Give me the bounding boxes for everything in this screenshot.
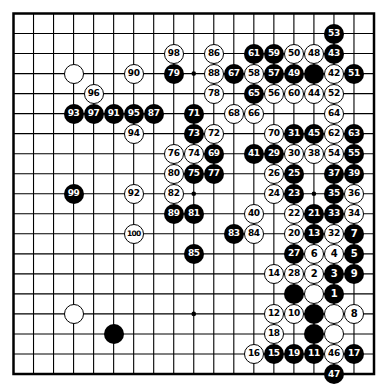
stone-white-move-70: 70 — [264, 124, 284, 144]
stone-black-move-87: 87 — [144, 104, 164, 124]
move-number-label: 40 — [248, 209, 260, 218]
move-number-label: 2 — [311, 268, 318, 278]
stone-black-move-99: 99 — [64, 184, 84, 204]
move-number-label: 96 — [88, 89, 100, 98]
stone-black-move-27: 27 — [284, 244, 304, 264]
stone-white-move-84: 84 — [244, 224, 264, 244]
move-number-label: 57 — [268, 69, 280, 78]
go-kifu-diagram: 1234567891011121314151617181920212223242… — [0, 0, 390, 390]
move-number-label: 89 — [168, 209, 180, 218]
stone-white-move-34: 34 — [344, 204, 364, 224]
stone-black-move-51: 51 — [344, 64, 364, 84]
go-board: 1234567891011121314151617181920212223242… — [0, 0, 390, 390]
stone-black-move-83: 83 — [224, 224, 244, 244]
stone-white-move-32: 32 — [324, 224, 344, 244]
move-number-label: 21 — [308, 209, 320, 218]
stone-black-move-9: 9 — [344, 264, 364, 284]
stone-black-move-65: 65 — [244, 84, 264, 104]
stone-black-move-91: 91 — [104, 104, 124, 124]
stone-white-move-52: 52 — [324, 84, 344, 104]
stone-white-move-36: 36 — [344, 184, 364, 204]
move-number-label: 52 — [328, 89, 340, 98]
move-number-label: 4 — [331, 248, 338, 258]
stone-white-move-40: 40 — [244, 204, 264, 224]
move-number-label: 100 — [127, 230, 141, 238]
move-number-label: 70 — [268, 129, 280, 138]
move-number-label: 47 — [328, 369, 340, 378]
move-number-label: 87 — [148, 109, 160, 118]
stone-black-move-93: 93 — [64, 104, 84, 124]
stone-white-move-62: 62 — [324, 124, 344, 144]
stone-white-move-68: 68 — [224, 104, 244, 124]
stone-black-move-79: 79 — [164, 64, 184, 84]
stone-white-move-24: 24 — [264, 184, 284, 204]
stone-white-setup — [64, 64, 84, 84]
stone-black-move-25: 25 — [284, 164, 304, 184]
move-number-label: 11 — [308, 349, 320, 358]
stone-black-move-45: 45 — [304, 124, 324, 144]
stone-white-move-26: 26 — [264, 164, 284, 184]
move-number-label: 48 — [308, 49, 320, 58]
stone-black-setup — [304, 64, 324, 84]
stone-white-move-90: 90 — [124, 64, 144, 84]
move-number-label: 51 — [348, 69, 360, 78]
move-number-label: 90 — [128, 69, 140, 78]
stone-black-move-89: 89 — [164, 204, 184, 224]
move-number-label: 18 — [268, 329, 280, 338]
move-number-label: 65 — [248, 89, 260, 98]
stone-white-move-30: 30 — [284, 144, 304, 164]
stone-white-move-72: 72 — [204, 124, 224, 144]
move-number-label: 9 — [351, 268, 358, 278]
stone-white-move-38: 38 — [304, 144, 324, 164]
move-number-label: 28 — [288, 269, 300, 278]
stone-black-move-37: 37 — [324, 164, 344, 184]
move-number-label: 41 — [248, 149, 260, 158]
move-number-label: 62 — [328, 129, 340, 138]
stone-black-move-15: 15 — [264, 344, 284, 364]
stone-black-move-67: 67 — [224, 64, 244, 84]
move-number-label: 10 — [288, 309, 300, 318]
stone-white-move-58: 58 — [244, 64, 264, 84]
move-number-label: 5 — [351, 248, 358, 258]
stone-white-move-80: 80 — [164, 164, 184, 184]
stone-white-move-46: 46 — [324, 344, 344, 364]
stone-black-move-63: 63 — [344, 124, 364, 144]
move-number-label: 68 — [228, 109, 240, 118]
stone-white-setup — [324, 304, 344, 324]
stone-white-move-88: 88 — [204, 64, 224, 84]
stone-black-move-41: 41 — [244, 144, 264, 164]
stone-white-move-4: 4 — [324, 244, 344, 264]
stone-white-move-54: 54 — [324, 144, 344, 164]
stone-white-move-42: 42 — [324, 64, 344, 84]
move-number-label: 46 — [328, 349, 340, 358]
stone-white-move-12: 12 — [264, 304, 284, 324]
move-number-label: 7 — [351, 228, 358, 238]
stone-white-move-48: 48 — [304, 44, 324, 64]
move-number-label: 69 — [208, 149, 220, 158]
move-number-label: 56 — [268, 89, 280, 98]
stone-white-move-16: 16 — [244, 344, 264, 364]
stone-white-move-60: 60 — [284, 84, 304, 104]
stone-white-move-2: 2 — [304, 264, 324, 284]
move-number-label: 49 — [288, 69, 300, 78]
stone-white-move-14: 14 — [264, 264, 284, 284]
move-number-label: 38 — [308, 149, 320, 158]
move-number-label: 63 — [348, 129, 360, 138]
stone-black-move-3: 3 — [324, 264, 344, 284]
hoshi-point — [191, 312, 196, 317]
stone-black-move-23: 23 — [284, 184, 304, 204]
move-number-label: 14 — [268, 269, 280, 278]
move-number-label: 43 — [328, 49, 340, 58]
move-number-label: 19 — [288, 349, 300, 358]
stone-white-move-82: 82 — [164, 184, 184, 204]
stone-white-move-22: 22 — [284, 204, 304, 224]
move-number-label: 36 — [348, 189, 360, 198]
stone-white-setup — [304, 284, 324, 304]
stone-white-move-50: 50 — [284, 44, 304, 64]
stone-white-move-98: 98 — [164, 44, 184, 64]
stone-black-move-59: 59 — [264, 44, 284, 64]
move-number-label: 75 — [188, 169, 200, 178]
stone-black-move-77: 77 — [204, 164, 224, 184]
move-number-label: 84 — [248, 229, 260, 238]
move-number-label: 54 — [328, 149, 340, 158]
move-number-label: 71 — [188, 109, 200, 118]
move-number-label: 79 — [168, 69, 180, 78]
move-number-label: 72 — [208, 129, 220, 138]
move-number-label: 26 — [268, 169, 280, 178]
move-number-label: 78 — [208, 89, 220, 98]
stone-white-move-64: 64 — [324, 104, 344, 124]
move-number-label: 44 — [308, 89, 320, 98]
stone-black-move-85: 85 — [184, 244, 204, 264]
stone-black-move-7: 7 — [344, 224, 364, 244]
move-number-label: 39 — [348, 169, 360, 178]
move-number-label: 66 — [248, 109, 260, 118]
move-number-label: 1 — [331, 288, 338, 298]
move-number-label: 83 — [228, 229, 240, 238]
stone-white-move-6: 6 — [304, 244, 324, 264]
move-number-label: 60 — [288, 89, 300, 98]
hoshi-point — [191, 191, 196, 196]
move-number-label: 95 — [128, 109, 140, 118]
stone-black-move-21: 21 — [304, 204, 324, 224]
stone-black-move-75: 75 — [184, 164, 204, 184]
move-number-label: 80 — [168, 169, 180, 178]
move-number-label: 31 — [288, 129, 300, 138]
stone-black-move-71: 71 — [184, 104, 204, 124]
move-number-label: 74 — [188, 149, 200, 158]
hoshi-point — [312, 191, 317, 196]
stone-black-move-33: 33 — [324, 204, 344, 224]
move-number-label: 98 — [168, 49, 180, 58]
move-number-label: 86 — [208, 49, 220, 58]
move-number-label: 23 — [288, 189, 300, 198]
move-number-label: 58 — [248, 69, 260, 78]
stone-white-move-94: 94 — [124, 124, 144, 144]
stone-black-move-17: 17 — [344, 344, 364, 364]
move-number-label: 20 — [288, 229, 300, 238]
stone-black-move-73: 73 — [184, 124, 204, 144]
stone-black-move-55: 55 — [344, 144, 364, 164]
stone-black-move-29: 29 — [264, 144, 284, 164]
stone-black-move-81: 81 — [184, 204, 204, 224]
move-number-label: 33 — [328, 209, 340, 218]
stone-black-move-5: 5 — [344, 244, 364, 264]
move-number-label: 59 — [268, 49, 280, 58]
stone-black-move-53: 53 — [324, 24, 344, 44]
move-number-label: 73 — [188, 129, 200, 138]
stone-white-move-76: 76 — [164, 144, 184, 164]
move-number-label: 76 — [168, 149, 180, 158]
move-number-label: 25 — [288, 169, 300, 178]
stone-black-move-43: 43 — [324, 44, 344, 64]
move-number-label: 92 — [128, 189, 140, 198]
move-number-label: 99 — [68, 189, 80, 198]
stone-black-move-57: 57 — [264, 64, 284, 84]
stone-white-setup — [64, 304, 84, 324]
stone-black-setup — [284, 284, 304, 304]
move-number-label: 61 — [248, 49, 260, 58]
move-number-label: 82 — [168, 189, 180, 198]
move-number-label: 45 — [308, 129, 320, 138]
move-number-label: 3 — [331, 268, 338, 278]
move-number-label: 16 — [248, 349, 260, 358]
stone-white-move-78: 78 — [204, 84, 224, 104]
stone-white-move-100: 100 — [124, 224, 144, 244]
move-number-label: 17 — [348, 349, 360, 358]
move-number-label: 27 — [288, 249, 300, 258]
stone-white-move-96: 96 — [84, 84, 104, 104]
stone-black-move-61: 61 — [244, 44, 264, 64]
stone-white-move-74: 74 — [184, 144, 204, 164]
move-number-label: 77 — [208, 169, 220, 178]
move-number-label: 34 — [348, 209, 360, 218]
move-number-label: 22 — [288, 209, 300, 218]
stone-black-move-1: 1 — [324, 284, 344, 304]
stone-black-move-31: 31 — [284, 124, 304, 144]
move-number-label: 85 — [188, 249, 200, 258]
move-number-label: 53 — [328, 29, 340, 38]
stone-black-move-69: 69 — [204, 144, 224, 164]
stone-black-move-35: 35 — [324, 184, 344, 204]
stone-black-move-19: 19 — [284, 344, 304, 364]
stone-white-move-28: 28 — [284, 264, 304, 284]
stone-white-setup — [324, 324, 344, 344]
stone-white-move-56: 56 — [264, 84, 284, 104]
move-number-label: 50 — [288, 49, 300, 58]
stone-white-move-20: 20 — [284, 224, 304, 244]
stone-white-move-44: 44 — [304, 84, 324, 104]
move-number-label: 55 — [348, 149, 360, 158]
move-number-label: 35 — [328, 189, 340, 198]
stone-white-move-8: 8 — [344, 304, 364, 324]
stone-black-move-47: 47 — [324, 364, 344, 384]
move-number-label: 8 — [351, 308, 358, 318]
move-number-label: 29 — [268, 149, 280, 158]
stone-black-move-95: 95 — [124, 104, 144, 124]
move-number-label: 94 — [128, 129, 140, 138]
stone-black-move-49: 49 — [284, 64, 304, 84]
move-number-label: 97 — [88, 109, 100, 118]
stone-black-setup — [304, 324, 324, 344]
stone-black-setup — [304, 304, 324, 324]
move-number-label: 30 — [288, 149, 300, 158]
stone-white-move-18: 18 — [264, 324, 284, 344]
stone-black-move-39: 39 — [344, 164, 364, 184]
move-number-label: 12 — [268, 309, 280, 318]
stone-black-move-97: 97 — [84, 104, 104, 124]
stone-black-move-13: 13 — [304, 224, 324, 244]
move-number-label: 88 — [208, 69, 220, 78]
move-number-label: 6 — [311, 248, 318, 258]
move-number-label: 93 — [68, 109, 80, 118]
stone-white-move-92: 92 — [124, 184, 144, 204]
stone-white-move-86: 86 — [204, 44, 224, 64]
stone-black-move-11: 11 — [304, 344, 324, 364]
move-number-label: 42 — [328, 69, 340, 78]
hoshi-point — [191, 71, 196, 76]
move-number-label: 67 — [228, 69, 240, 78]
move-number-label: 37 — [328, 169, 340, 178]
move-number-label: 13 — [308, 229, 320, 238]
move-number-label: 32 — [328, 229, 340, 238]
stone-black-setup — [104, 324, 124, 344]
move-number-label: 91 — [108, 109, 120, 118]
move-number-label: 15 — [268, 349, 280, 358]
stone-white-move-10: 10 — [284, 304, 304, 324]
move-number-label: 81 — [188, 209, 200, 218]
stone-white-move-66: 66 — [244, 104, 264, 124]
move-number-label: 64 — [328, 109, 340, 118]
move-number-label: 24 — [268, 189, 280, 198]
